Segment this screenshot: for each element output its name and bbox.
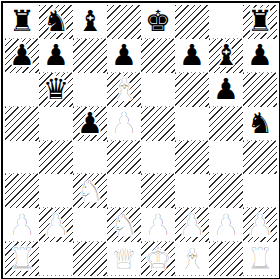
square-b2[interactable]: ♙: [39, 208, 73, 242]
square-b1[interactable]: [39, 242, 73, 276]
square-c6[interactable]: [73, 73, 107, 107]
square-c5[interactable]: ♟: [73, 107, 107, 141]
square-h4[interactable]: [243, 141, 277, 175]
square-f8[interactable]: [175, 5, 209, 39]
square-c7[interactable]: [73, 39, 107, 73]
white-pawn-a2: ♙: [5, 209, 39, 242]
square-a8[interactable]: ♜: [5, 5, 39, 39]
white-rook-h1: ♖: [243, 243, 277, 276]
white-pawn-d5: ♙: [107, 107, 141, 140]
square-g8[interactable]: [209, 5, 243, 39]
square-b5[interactable]: [39, 107, 73, 141]
square-a5[interactable]: [5, 107, 39, 141]
square-a7[interactable]: ♟: [5, 39, 39, 73]
square-c3[interactable]: ♘: [73, 174, 107, 208]
square-e6[interactable]: [141, 73, 175, 107]
white-pawn-g2: ♙: [209, 209, 243, 242]
square-d7[interactable]: ♟: [107, 39, 141, 73]
square-g2[interactable]: ♙: [209, 208, 243, 242]
white-knight-d2: ♘: [107, 209, 141, 242]
board-frame: ♜♞♝♚♜♟♟♟♟♝♟♛♗♟♟♙♞♘♙♙♘♙♙♙♙♖♕♔♗♖: [1, 1, 280, 279]
square-a3[interactable]: [5, 174, 39, 208]
square-f7[interactable]: ♟: [175, 39, 209, 73]
square-c2[interactable]: [73, 208, 107, 242]
square-d8[interactable]: [107, 5, 141, 39]
black-knight-h5: ♞: [243, 107, 277, 140]
square-b3[interactable]: [39, 174, 73, 208]
square-f1[interactable]: ♗: [175, 242, 209, 276]
black-pawn-a7: ♟: [5, 39, 39, 72]
black-pawn-b7: ♟: [39, 39, 73, 72]
black-king-e8: ♚: [141, 5, 175, 38]
square-c4[interactable]: [73, 141, 107, 175]
square-e8[interactable]: ♚: [141, 5, 175, 39]
square-d3[interactable]: [107, 174, 141, 208]
square-a2[interactable]: ♙: [5, 208, 39, 242]
square-b6[interactable]: ♛: [39, 73, 73, 107]
square-c1[interactable]: [73, 242, 107, 276]
square-e5[interactable]: [141, 107, 175, 141]
black-pawn-c5: ♟: [73, 107, 107, 140]
square-h8[interactable]: ♜: [243, 5, 277, 39]
square-d5[interactable]: ♙: [107, 107, 141, 141]
white-rook-a1: ♖: [5, 243, 39, 276]
square-b7[interactable]: ♟: [39, 39, 73, 73]
black-bishop-g7: ♝: [209, 39, 243, 72]
chess-board: ♜♞♝♚♜♟♟♟♟♝♟♛♗♟♟♙♞♘♙♙♘♙♙♙♙♖♕♔♗♖: [5, 5, 277, 276]
white-pawn-e2: ♙: [141, 209, 175, 242]
square-f3[interactable]: [175, 174, 209, 208]
square-e3[interactable]: [141, 174, 175, 208]
black-pawn-g6: ♟: [209, 73, 243, 106]
square-e7[interactable]: [141, 39, 175, 73]
square-e2[interactable]: ♙: [141, 208, 175, 242]
black-rook-h8: ♜: [243, 5, 277, 38]
square-a6[interactable]: [5, 73, 39, 107]
square-a1[interactable]: ♖: [5, 242, 39, 276]
square-a4[interactable]: [5, 141, 39, 175]
white-bishop-f1: ♗: [175, 243, 209, 276]
white-queen-d1: ♕: [107, 243, 141, 276]
white-pawn-f2: ♙: [175, 209, 209, 242]
square-h7[interactable]: ♟: [243, 39, 277, 73]
black-queen-b6: ♛: [39, 73, 73, 106]
white-bishop-d6: ♗: [107, 73, 141, 106]
square-f5[interactable]: [175, 107, 209, 141]
square-d6[interactable]: ♗: [107, 73, 141, 107]
square-d1[interactable]: ♕: [107, 242, 141, 276]
square-e1[interactable]: ♔: [141, 242, 175, 276]
square-d2[interactable]: ♘: [107, 208, 141, 242]
black-pawn-d7: ♟: [107, 39, 141, 72]
square-f4[interactable]: [175, 141, 209, 175]
square-h2[interactable]: ♙: [243, 208, 277, 242]
black-bishop-c8: ♝: [73, 5, 107, 38]
black-rook-a8: ♜: [5, 5, 39, 38]
black-knight-b8: ♞: [39, 5, 73, 38]
black-pawn-f7: ♟: [175, 39, 209, 72]
square-h1[interactable]: ♖: [243, 242, 277, 276]
square-g3[interactable]: [209, 174, 243, 208]
white-pawn-h2: ♙: [243, 209, 277, 242]
white-knight-c3: ♘: [73, 175, 107, 208]
square-g1[interactable]: [209, 242, 243, 276]
square-h6[interactable]: [243, 73, 277, 107]
square-f6[interactable]: [175, 73, 209, 107]
square-d4[interactable]: [107, 141, 141, 175]
square-b8[interactable]: ♞: [39, 5, 73, 39]
chess-diagram: ♜♞♝♚♜♟♟♟♟♝♟♛♗♟♟♙♞♘♙♙♘♙♙♙♙♖♕♔♗♖: [0, 0, 280, 279]
square-h3[interactable]: [243, 174, 277, 208]
white-king-e1: ♔: [141, 243, 175, 276]
square-g7[interactable]: ♝: [209, 39, 243, 73]
square-g5[interactable]: [209, 107, 243, 141]
black-pawn-h7: ♟: [243, 39, 277, 72]
square-b4[interactable]: [39, 141, 73, 175]
square-e4[interactable]: [141, 141, 175, 175]
square-f2[interactable]: ♙: [175, 208, 209, 242]
square-g6[interactable]: ♟: [209, 73, 243, 107]
white-pawn-b2: ♙: [39, 209, 73, 242]
square-c8[interactable]: ♝: [73, 5, 107, 39]
square-g4[interactable]: [209, 141, 243, 175]
square-h5[interactable]: ♞: [243, 107, 277, 141]
